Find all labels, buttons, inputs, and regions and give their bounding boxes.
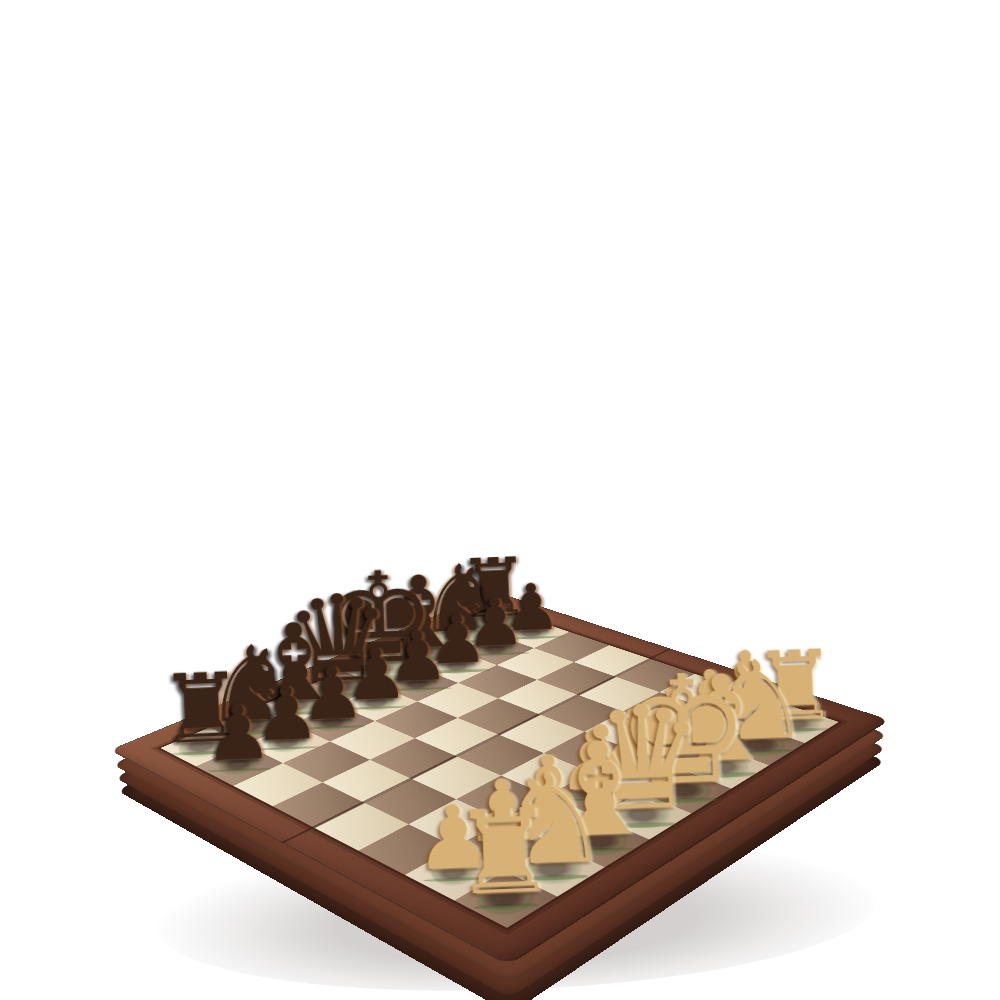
piece-white-rook-a1[interactable]: ♜ xyxy=(417,792,591,914)
piece-black-pawn-a7[interactable]: ♟ xyxy=(152,693,325,775)
product-photo-stage: ♜♞♝♛♚♝♞♜♟♟♟♟♟♟♟♟♟♟♟♟♟♟♟♟♜♞♝♛♚♝♞♜ xyxy=(0,0,1000,1000)
pieces-layer: ♜♞♝♛♚♝♞♜♟♟♟♟♟♟♟♟♟♟♟♟♟♟♟♟♜♞♝♛♚♝♞♜ xyxy=(0,0,1000,1000)
